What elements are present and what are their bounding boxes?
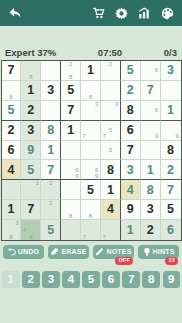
cell-r5c7[interactable]: 7 [121, 141, 141, 161]
cell-r1c3[interactable] [41, 61, 61, 81]
cell-r1c1[interactable]: 7 [2, 61, 22, 81]
pencil-notes: 8 [2, 81, 21, 100]
cell-r5c3[interactable]: 1 [41, 141, 61, 161]
pencil-notes: 3 [21, 180, 40, 199]
button-label: HINTS [153, 248, 175, 255]
stats-icon[interactable] [137, 6, 152, 20]
given-digit: 1 [67, 124, 74, 137]
gear-icon[interactable] [114, 6, 129, 20]
user-digit: 9 [27, 144, 34, 157]
cell-r5c1[interactable]: 6 [2, 141, 22, 161]
cell-r3c4[interactable]: 7 [61, 101, 81, 121]
cell-r1c4[interactable]: 28 [61, 61, 81, 81]
cell-r5c5[interactable] [81, 141, 101, 161]
cell-r7c6[interactable]: 1 [101, 180, 121, 200]
cell-r8c6[interactable]: 4 [101, 200, 121, 220]
cell-r2c8[interactable]: 7 [141, 81, 161, 101]
mistakes-counter: 0/3 [164, 47, 177, 58]
user-digit: 4 [127, 184, 134, 197]
given-digit: 1 [107, 184, 114, 197]
cell-r5c2[interactable]: 9 [21, 141, 41, 161]
cell-r2c6[interactable] [101, 81, 121, 101]
cell-r7c2[interactable]: 3 [21, 180, 41, 200]
user-digit: 8 [47, 124, 54, 137]
given-digit: 2 [147, 224, 154, 237]
cell-r6c3[interactable]: 7 [41, 160, 61, 180]
pencil-notes: 69 [81, 160, 100, 179]
user-digit: 3 [127, 164, 134, 177]
cell-r2c4[interactable]: 5 [61, 81, 81, 101]
user-digit: 3 [167, 64, 174, 77]
user-digit: 8 [147, 184, 154, 197]
numpad-1[interactable]: 1 [2, 271, 20, 289]
pencil-notes: 7 [81, 121, 100, 140]
sudoku-board: 7828125638135827527338612381757699691578… [1, 60, 182, 241]
cell-r7c3[interactable]: 2 [41, 180, 61, 200]
numpad-4[interactable]: 4 [62, 271, 80, 289]
given-digit: 7 [7, 64, 14, 77]
given-digit: 5 [87, 184, 94, 197]
cell-r1c7[interactable]: 5 [121, 61, 141, 81]
palette-icon[interactable] [160, 6, 175, 20]
cell-r1c8[interactable]: 6 [141, 61, 161, 81]
user-digit: 5 [47, 224, 54, 237]
given-digit: 5 [167, 203, 174, 216]
cell-r7c1[interactable] [2, 180, 22, 200]
pencil-notes: 9 [141, 121, 160, 140]
cell-r8c8[interactable]: 3 [141, 200, 161, 220]
cell-r1c5[interactable]: 1 [81, 61, 101, 81]
cell-r9c3[interactable]: 5 [41, 220, 61, 240]
cell-r7c5[interactable]: 5 [81, 180, 101, 200]
cell-r2c9[interactable] [161, 81, 181, 101]
notes-button[interactable]: NOTESOFF [93, 245, 134, 259]
cell-r9c8[interactable]: 2 [141, 220, 161, 240]
cell-r1c9[interactable]: 3 [161, 61, 181, 81]
pencil-notes: 9 [161, 121, 181, 140]
pencil-notes: 8 [21, 61, 40, 80]
numpad-9[interactable]: 9 [163, 271, 181, 289]
cell-r6c7[interactable]: 3 [121, 160, 141, 180]
cell-r4c7[interactable]: 6 [121, 121, 141, 141]
pencil-notes: 38 [2, 220, 21, 240]
cell-r8c3[interactable]: 2 [41, 200, 61, 220]
user-digit: 5 [127, 64, 134, 77]
cell-r9c1[interactable]: 38 [2, 220, 22, 240]
given-digit: 3 [27, 124, 34, 137]
given-digit: 7 [27, 203, 34, 216]
hints-icon [143, 247, 151, 257]
cell-r8c9[interactable]: 5 [161, 200, 181, 220]
cell-r2c2[interactable]: 1 [21, 81, 41, 101]
number-pad: 123456789 [0, 271, 182, 289]
cell-r3c8[interactable]: 6 [141, 101, 161, 121]
given-digit: 4 [7, 164, 14, 177]
cell-r4c9[interactable]: 9 [161, 121, 181, 141]
user-digit: 1 [167, 104, 174, 117]
cell-r7c4[interactable] [61, 180, 81, 200]
given-digit: 1 [87, 64, 94, 77]
numpad-7[interactable]: 7 [122, 271, 140, 289]
cell-r8c2[interactable]: 7 [21, 200, 41, 220]
cell-r3c2[interactable]: 2 [21, 101, 41, 121]
undo-icon [8, 247, 16, 256]
cell-r3c5[interactable]: 3 [81, 101, 101, 121]
cell-r9c4[interactable] [61, 220, 81, 240]
pencil-notes: 8 [61, 200, 80, 219]
notes-badge: OFF [115, 257, 133, 265]
cell-r7c7[interactable]: 4 [121, 180, 141, 200]
cell-r7c8[interactable]: 8 [141, 180, 161, 200]
cell-r3c1[interactable]: 5 [2, 101, 22, 121]
cell-r8c1[interactable]: 1 [2, 200, 22, 220]
cell-r9c9[interactable]: 6 [161, 220, 181, 240]
cell-r6c2[interactable]: 5 [21, 160, 41, 180]
cell-r4c2[interactable]: 3 [21, 121, 41, 141]
user-digit: 6 [167, 224, 174, 237]
numpad-5[interactable]: 5 [82, 271, 100, 289]
pencil-notes: 48 [21, 220, 40, 240]
timer-label: 07:50 [98, 47, 122, 58]
pencil-notes: 3 [81, 101, 100, 120]
undo-button[interactable]: UNDO [3, 245, 44, 259]
numpad-8[interactable]: 8 [142, 271, 160, 289]
pencil-notes: 8 [81, 81, 100, 100]
cell-r7c9[interactable]: 7 [161, 180, 181, 200]
cell-r3c9[interactable]: 1 [161, 101, 181, 121]
given-digit: 7 [67, 104, 74, 117]
given-digit: 9 [127, 203, 134, 216]
cell-r3c3[interactable] [41, 101, 61, 121]
cell-r4c4[interactable]: 1 [61, 121, 81, 141]
user-digit: 1 [127, 224, 134, 237]
given-digit: 3 [47, 84, 54, 97]
cell-r9c6[interactable]: 7 [101, 220, 121, 240]
user-digit: 7 [167, 184, 174, 197]
pencil-notes: 69 [61, 160, 80, 179]
numpad-2[interactable]: 2 [22, 271, 40, 289]
user-digit: 5 [7, 104, 14, 117]
cell-r3c6[interactable]: 3 [101, 101, 121, 121]
user-digit: 2 [127, 84, 134, 97]
difficulty-label: Expert 37% [5, 47, 56, 58]
cell-r6c8[interactable]: 1 [141, 160, 161, 180]
given-digit: 6 [7, 144, 14, 157]
pencil-notes: 5 [101, 141, 120, 160]
cell-r5c6[interactable]: 5 [101, 141, 121, 161]
pencil-notes: 2 [101, 61, 120, 80]
given-digit: 2 [7, 124, 14, 137]
status-row: Expert 37% 07:50 0/3 [0, 47, 182, 58]
cell-r6c6[interactable]: 8 [101, 160, 121, 180]
given-digit: 1 [27, 84, 34, 97]
pencil-notes: 3 [101, 101, 120, 120]
back-icon[interactable] [7, 6, 22, 20]
pencil-notes: 7 [81, 220, 100, 240]
notes-icon [95, 247, 104, 256]
cell-r9c5[interactable]: 7 [81, 220, 101, 240]
cell-r4c5[interactable]: 7 [81, 121, 101, 141]
numpad-6[interactable]: 6 [102, 271, 120, 289]
action-buttons: UNDOERASENOTESOFFHINTS12 [0, 245, 182, 259]
user-digit: 5 [27, 164, 34, 177]
cell-r4c3[interactable]: 8 [41, 121, 61, 141]
given-digit: 6 [127, 124, 134, 137]
given-digit: 8 [107, 164, 114, 177]
pencil-notes: 2 [41, 180, 60, 199]
pencil-notes: 57 [101, 121, 120, 140]
user-digit: 1 [47, 144, 54, 157]
button-label: ERASE [61, 248, 86, 255]
cell-r1c6[interactable]: 2 [101, 61, 121, 81]
cell-r4c1[interactable]: 2 [2, 121, 22, 141]
cell-r3c7[interactable]: 8 [121, 101, 141, 121]
cell-r2c5[interactable]: 8 [81, 81, 101, 101]
cell-r8c4[interactable]: 8 [61, 200, 81, 220]
cell-r5c8[interactable] [141, 141, 161, 161]
erase-icon [50, 247, 59, 256]
cart-icon[interactable] [91, 6, 106, 20]
top-bar [0, 0, 182, 26]
cell-r2c7[interactable]: 2 [121, 81, 141, 101]
cell-r4c8[interactable]: 9 [141, 121, 161, 141]
user-digit: 1 [147, 164, 154, 177]
cell-r6c1[interactable]: 4 [2, 160, 22, 180]
given-digit: 1 [7, 203, 14, 216]
user-digit: 7 [147, 84, 154, 97]
numpad-3[interactable]: 3 [42, 271, 60, 289]
cell-r1c2[interactable]: 8 [21, 61, 41, 81]
button-label: UNDO [18, 248, 39, 255]
button-label: NOTES [106, 248, 131, 255]
pencil-notes: 28 [61, 61, 80, 80]
pencil-notes: 7 [101, 220, 120, 240]
cell-r6c5[interactable]: 69 [81, 160, 101, 180]
given-digit: 8 [127, 104, 134, 117]
pencil-notes: 2 [41, 200, 60, 219]
given-digit: 7 [127, 144, 134, 157]
cell-r5c4[interactable] [61, 141, 81, 161]
cell-r2c3[interactable]: 3 [41, 81, 61, 101]
user-digit: 2 [167, 164, 174, 177]
user-digit: 7 [47, 164, 54, 177]
cell-r9c7[interactable]: 1 [121, 220, 141, 240]
hints-button[interactable]: HINTS12 [138, 245, 179, 259]
cell-r2c1[interactable]: 8 [2, 81, 22, 101]
erase-button[interactable]: ERASE [48, 245, 89, 259]
pencil-notes: 6 [141, 61, 160, 80]
cell-r4c6[interactable]: 57 [101, 121, 121, 141]
given-digit: 8 [167, 144, 174, 157]
given-digit: 4 [107, 203, 114, 216]
cell-r9c2[interactable]: 48 [21, 220, 41, 240]
cell-r8c5[interactable]: 8 [81, 200, 101, 220]
given-digit: 3 [147, 203, 154, 216]
given-digit: 2 [27, 104, 34, 117]
cell-r8c7[interactable]: 9 [121, 200, 141, 220]
cell-r6c4[interactable]: 69 [61, 160, 81, 180]
hints-badge: 12 [165, 257, 178, 265]
given-digit: 5 [67, 84, 74, 97]
cell-r5c9[interactable]: 8 [161, 141, 181, 161]
pencil-notes: 8 [81, 200, 100, 219]
cell-r6c9[interactable]: 2 [161, 160, 181, 180]
pencil-notes: 6 [141, 101, 160, 120]
